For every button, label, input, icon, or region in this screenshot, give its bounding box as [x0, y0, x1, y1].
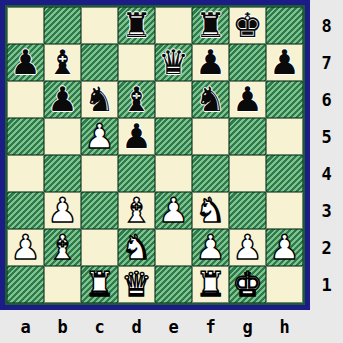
- square-b5[interactable]: [44, 118, 81, 155]
- square-h4[interactable]: [266, 155, 303, 192]
- square-h8[interactable]: [266, 7, 303, 44]
- square-h3[interactable]: [266, 192, 303, 229]
- square-d2[interactable]: ♞: [118, 229, 155, 266]
- square-b7[interactable]: ♝: [44, 44, 81, 81]
- square-c2[interactable]: [81, 229, 118, 266]
- rank-label-2: 2: [310, 229, 343, 266]
- file-label-h: h: [266, 310, 303, 343]
- rank-label-6: 6: [310, 81, 343, 118]
- square-g7[interactable]: [229, 44, 266, 81]
- piece-black-queen[interactable]: ♛: [158, 44, 188, 81]
- square-b1[interactable]: [44, 266, 81, 303]
- square-g2[interactable]: ♟: [229, 229, 266, 266]
- square-g4[interactable]: [229, 155, 266, 192]
- square-a3[interactable]: [7, 192, 44, 229]
- piece-black-pawn[interactable]: ♟: [10, 44, 40, 81]
- square-a7[interactable]: ♟: [7, 44, 44, 81]
- rank-label-7: 7: [310, 44, 343, 81]
- rank-label-5: 5: [310, 118, 343, 155]
- piece-white-pawn[interactable]: ♟: [195, 229, 225, 266]
- piece-black-pawn[interactable]: ♟: [195, 44, 225, 81]
- piece-black-pawn[interactable]: ♟: [47, 81, 77, 118]
- square-b8[interactable]: [44, 7, 81, 44]
- chess-app-window: ♜♜♚♟♝♛♟♟♟♞♝♞♟♟♟♟♝♟♞♟♝♞♟♟♟♜♛♜♚ 87654321 a…: [0, 0, 343, 343]
- square-d6[interactable]: ♝: [118, 81, 155, 118]
- piece-black-pawn[interactable]: ♟: [269, 44, 299, 81]
- file-labels: abcdefgh: [7, 310, 303, 343]
- square-f3[interactable]: ♞: [192, 192, 229, 229]
- piece-white-bishop[interactable]: ♝: [121, 192, 151, 229]
- square-e7[interactable]: ♛: [155, 44, 192, 81]
- square-h5[interactable]: [266, 118, 303, 155]
- piece-white-rook[interactable]: ♜: [84, 266, 114, 303]
- square-c8[interactable]: [81, 7, 118, 44]
- piece-white-king[interactable]: ♚: [232, 266, 262, 303]
- piece-black-bishop[interactable]: ♝: [121, 81, 151, 118]
- square-f4[interactable]: [192, 155, 229, 192]
- square-d1[interactable]: ♛: [118, 266, 155, 303]
- square-a8[interactable]: [7, 7, 44, 44]
- rank-label-3: 3: [310, 192, 343, 229]
- square-h6[interactable]: [266, 81, 303, 118]
- square-f7[interactable]: ♟: [192, 44, 229, 81]
- piece-white-pawn[interactable]: ♟: [269, 229, 299, 266]
- square-c7[interactable]: [81, 44, 118, 81]
- square-d5[interactable]: ♟: [118, 118, 155, 155]
- piece-white-knight[interactable]: ♞: [195, 192, 225, 229]
- square-f6[interactable]: ♞: [192, 81, 229, 118]
- square-c4[interactable]: [81, 155, 118, 192]
- square-a2[interactable]: ♟: [7, 229, 44, 266]
- piece-white-queen[interactable]: ♛: [121, 266, 151, 303]
- piece-black-pawn[interactable]: ♟: [121, 118, 151, 155]
- piece-black-knight[interactable]: ♞: [195, 81, 225, 118]
- square-b4[interactable]: [44, 155, 81, 192]
- square-a1[interactable]: [7, 266, 44, 303]
- file-label-g: g: [229, 310, 266, 343]
- square-b6[interactable]: ♟: [44, 81, 81, 118]
- piece-black-king[interactable]: ♚: [232, 7, 262, 44]
- rank-label-8: 8: [310, 7, 343, 44]
- piece-black-rook[interactable]: ♜: [195, 7, 225, 44]
- file-label-f: f: [192, 310, 229, 343]
- square-g5[interactable]: [229, 118, 266, 155]
- square-d8[interactable]: ♜: [118, 7, 155, 44]
- piece-white-pawn[interactable]: ♟: [10, 229, 40, 266]
- piece-white-pawn[interactable]: ♟: [84, 118, 114, 155]
- square-f8[interactable]: ♜: [192, 7, 229, 44]
- square-f2[interactable]: ♟: [192, 229, 229, 266]
- board-frame: ♜♜♚♟♝♛♟♟♟♞♝♞♟♟♟♟♝♟♞♟♝♞♟♟♟♜♛♜♚: [0, 0, 310, 310]
- square-a4[interactable]: [7, 155, 44, 192]
- chess-board: ♜♜♚♟♝♛♟♟♟♞♝♞♟♟♟♟♝♟♞♟♝♞♟♟♟♜♛♜♚: [7, 7, 303, 303]
- square-e3[interactable]: ♟: [155, 192, 192, 229]
- piece-black-knight[interactable]: ♞: [84, 81, 114, 118]
- file-label-c: c: [81, 310, 118, 343]
- square-a5[interactable]: [7, 118, 44, 155]
- file-label-d: d: [118, 310, 155, 343]
- square-d7[interactable]: [118, 44, 155, 81]
- square-g8[interactable]: ♚: [229, 7, 266, 44]
- board-inner-frame: ♜♜♚♟♝♛♟♟♟♞♝♞♟♟♟♟♝♟♞♟♝♞♟♟♟♜♛♜♚: [7, 7, 303, 303]
- square-c3[interactable]: [81, 192, 118, 229]
- piece-black-rook[interactable]: ♜: [121, 7, 151, 44]
- piece-white-pawn[interactable]: ♟: [158, 192, 188, 229]
- square-c1[interactable]: ♜: [81, 266, 118, 303]
- piece-white-bishop[interactable]: ♝: [47, 229, 77, 266]
- piece-white-knight[interactable]: ♞: [121, 229, 151, 266]
- rank-labels: 87654321: [310, 7, 343, 303]
- square-h1[interactable]: [266, 266, 303, 303]
- square-e1[interactable]: [155, 266, 192, 303]
- square-g1[interactable]: ♚: [229, 266, 266, 303]
- file-label-b: b: [44, 310, 81, 343]
- piece-white-pawn[interactable]: ♟: [47, 192, 77, 229]
- file-label-e: e: [155, 310, 192, 343]
- rank-label-4: 4: [310, 155, 343, 192]
- rank-label-1: 1: [310, 266, 343, 303]
- square-e5[interactable]: [155, 118, 192, 155]
- square-g3[interactable]: [229, 192, 266, 229]
- square-f5[interactable]: [192, 118, 229, 155]
- square-e2[interactable]: [155, 229, 192, 266]
- square-e4[interactable]: [155, 155, 192, 192]
- square-e8[interactable]: [155, 7, 192, 44]
- file-label-a: a: [7, 310, 44, 343]
- square-e6[interactable]: [155, 81, 192, 118]
- piece-white-pawn[interactable]: ♟: [232, 229, 262, 266]
- piece-white-rook[interactable]: ♜: [195, 266, 225, 303]
- piece-black-pawn[interactable]: ♟: [232, 81, 262, 118]
- square-g6[interactable]: ♟: [229, 81, 266, 118]
- square-c6[interactable]: ♞: [81, 81, 118, 118]
- piece-black-bishop[interactable]: ♝: [47, 44, 77, 81]
- square-b2[interactable]: ♝: [44, 229, 81, 266]
- square-h2[interactable]: ♟: [266, 229, 303, 266]
- square-b3[interactable]: ♟: [44, 192, 81, 229]
- square-f1[interactable]: ♜: [192, 266, 229, 303]
- square-c5[interactable]: ♟: [81, 118, 118, 155]
- square-h7[interactable]: ♟: [266, 44, 303, 81]
- square-d4[interactable]: [118, 155, 155, 192]
- square-a6[interactable]: [7, 81, 44, 118]
- square-d3[interactable]: ♝: [118, 192, 155, 229]
